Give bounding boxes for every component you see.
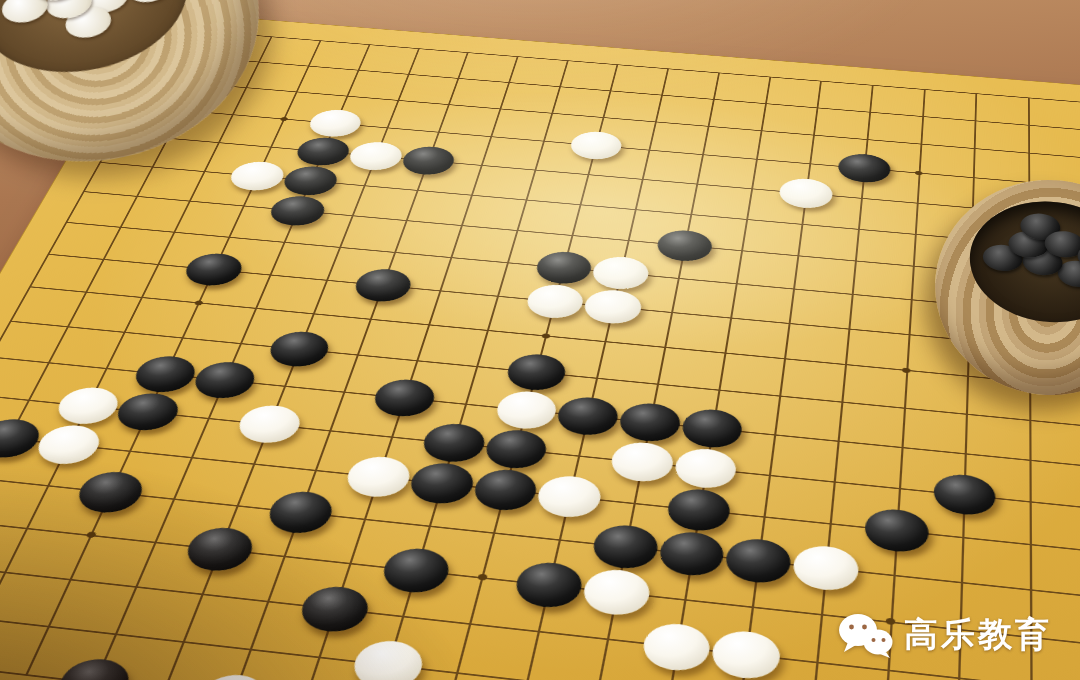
watermark: 高乐教育 [838, 612, 1052, 658]
go-photo-scene: 高乐教育 [0, 0, 1080, 680]
wechat-icon [838, 612, 894, 658]
lighting-vignette [0, 0, 1080, 680]
watermark-brand-text: 高乐教育 [904, 612, 1052, 658]
